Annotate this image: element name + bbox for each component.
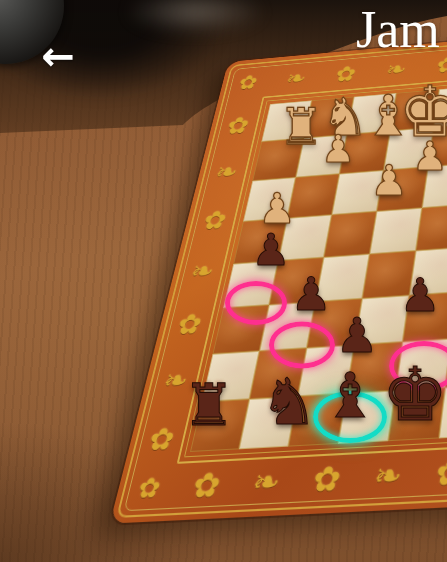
game-screen: ✿❧❧✿❧✿✿❧✿❧❧✿❧✿✿❧✿❧❧✿❧✿✿❧✿❧❧✿✿✿✿✿ ♞♝♚♜♟♟♟… [0,0,447,562]
flower-ornament-icon: ✿ [145,420,178,457]
piece-black-pawn-h4[interactable]: ♟ [251,228,290,272]
flower-ornament-icon: ✿ [200,204,229,235]
flower-ornament-icon: ✿ [310,458,344,500]
flower-ornament-icon: ✿ [237,71,260,94]
flower-ornament-icon: ✿ [434,452,447,494]
blurred-highlight [95,0,295,42]
flower-ornament-icon: ✿ [135,472,164,505]
flower-ornament-icon: ✿ [224,111,251,139]
piece-black-bishop-e8[interactable]: ♝ [322,365,378,427]
scroll-ornament-icon: ❧ [249,461,284,503]
piece-black-knight-f8[interactable]: ♞ [260,370,317,434]
opponent-name: Jam [356,0,440,59]
move-hint-ring-h5[interactable] [225,281,287,325]
square-d4[interactable] [416,204,447,250]
piece-black-king-d8[interactable]: ♚ [382,357,447,431]
square-f4[interactable] [324,211,377,257]
scroll-ornament-icon: ❧ [188,254,218,286]
piece-white-pawn-e2[interactable]: ♟ [412,136,447,176]
piece-white-rook-h1[interactable]: ♜ [279,102,324,152]
back-arrow-icon[interactable]: ← [41,33,75,79]
piece-white-pawn-g2[interactable]: ♟ [321,130,355,168]
piece-black-pawn-g5[interactable]: ♟ [290,271,331,317]
piece-black-pawn-f6[interactable]: ♟ [335,311,378,359]
flower-ornament-icon: ✿ [174,307,205,340]
piece-white-pawn-f3[interactable]: ♟ [370,160,408,202]
scroll-ornament-icon: ❧ [213,157,241,186]
scroll-ornament-icon: ❧ [371,455,404,497]
piece-black-pawn-e5[interactable]: ♟ [399,272,440,318]
flower-ornament-icon: ✿ [334,61,358,87]
scroll-ornament-icon: ❧ [284,65,309,91]
piece-black-rook-h8[interactable]: ♜ [183,376,235,434]
flower-ornament-icon: ✿ [189,464,224,505]
square-e4[interactable] [370,208,422,254]
